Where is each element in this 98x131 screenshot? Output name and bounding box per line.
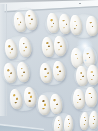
gold-flake [54, 107, 56, 108]
gold-flake [8, 76, 10, 77]
gold-flake [57, 127, 58, 128]
gold-flake [89, 93, 91, 95]
gold-flake [44, 67, 47, 69]
gold-flake [7, 69, 9, 71]
gold-flake [28, 91, 31, 94]
press-on-nail [53, 116, 63, 131]
gold-flake [46, 41, 48, 43]
gold-flake [30, 96, 32, 98]
gold-flake [74, 28, 75, 29]
gold-flake [53, 98, 55, 100]
gold-flake [52, 23, 54, 24]
gold-flake [21, 67, 23, 69]
gold-flake [89, 22, 91, 24]
tray-left-rim [0, 4, 7, 116]
gold-flake [55, 103, 57, 105]
light-glare [89, 26, 97, 34]
gold-flake [58, 124, 60, 125]
gold-flake [14, 102, 16, 104]
gold-flake [11, 48, 13, 50]
gold-flake [43, 104, 45, 106]
gold-flake [28, 15, 30, 17]
gold-flake [16, 97, 19, 99]
gold-flake [77, 102, 78, 103]
gold-flake [58, 70, 60, 72]
gold-flake [58, 49, 59, 50]
gold-flake [93, 119, 95, 120]
gold-flake [83, 123, 84, 124]
gold-flake [46, 49, 48, 50]
gold-flake [67, 125, 68, 126]
gold-flake [84, 120, 86, 121]
gold-flake [41, 100, 43, 102]
gold-flake [91, 78, 92, 79]
gold-flake [42, 108, 44, 109]
gold-flake [81, 76, 83, 78]
gold-flake [44, 76, 46, 77]
gold-flake [76, 57, 78, 58]
gold-flake [56, 66, 59, 68]
gold-flake [77, 94, 79, 96]
gold-flake [90, 96, 92, 97]
gold-flake [23, 50, 24, 51]
gold-flake [12, 94, 15, 97]
gold-flake [29, 100, 31, 102]
gold-flake [92, 115, 94, 117]
gold-flake [50, 19, 52, 21]
gold-flake [23, 71, 25, 73]
gold-flake [57, 74, 59, 75]
gold-flake [80, 79, 81, 80]
gold-flake [19, 21, 20, 22]
photo-stage [0, 0, 98, 131]
light-glare [84, 59, 87, 62]
gold-flake [24, 46, 26, 48]
gold-flake [48, 45, 50, 47]
gold-flake [9, 73, 11, 75]
gold-flake [22, 42, 24, 44]
light-glare [85, 67, 95, 77]
gold-flake [31, 18, 33, 20]
gold-flake [8, 45, 10, 47]
gold-flake [68, 122, 70, 123]
debris-speck [79, 3, 81, 5]
gold-flake [75, 24, 77, 26]
gold-flake [74, 21, 76, 23]
gold-flake [60, 45, 62, 47]
gold-flake [17, 24, 18, 25]
gold-flake [65, 23, 67, 24]
gold-flake [22, 75, 23, 76]
gold-flake [50, 26, 51, 27]
gold-flake [57, 41, 59, 43]
gold-flake [89, 56, 91, 57]
gold-flake [57, 120, 59, 121]
gold-flake [9, 52, 11, 53]
gold-flake [62, 20, 64, 22]
gold-flake [46, 72, 48, 74]
gold-flake [80, 72, 82, 74]
gold-flake [29, 22, 30, 23]
gold-flake [16, 18, 18, 20]
gold-flake [63, 27, 64, 28]
gold-flake [78, 98, 80, 99]
gold-flake [92, 122, 93, 123]
gold-flake [67, 118, 69, 119]
press-on-nail [63, 114, 73, 131]
gold-flake [84, 116, 86, 118]
